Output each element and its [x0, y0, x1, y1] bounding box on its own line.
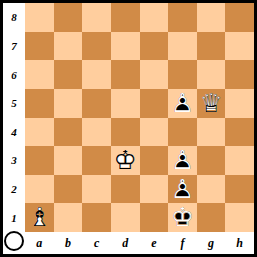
square-e4[interactable] — [140, 118, 169, 147]
square-c6[interactable] — [82, 60, 111, 89]
square-a8[interactable] — [25, 3, 54, 32]
square-e3[interactable] — [140, 146, 169, 175]
white-to-move-circle-icon — [4, 231, 24, 251]
square-c4[interactable] — [82, 118, 111, 147]
square-f4[interactable] — [168, 118, 197, 147]
square-b3[interactable] — [54, 146, 83, 175]
square-g3[interactable] — [197, 146, 226, 175]
square-d1[interactable] — [111, 203, 140, 232]
square-h5[interactable] — [225, 89, 254, 118]
chess-board: ♟♙♛♕♚♔♟♙♟♙♝♗♚♔ — [25, 3, 254, 232]
square-g6[interactable] — [197, 60, 226, 89]
file-label-a: a — [25, 232, 54, 254]
square-d8[interactable] — [111, 3, 140, 32]
piece-white-queen[interactable]: ♛♕ — [197, 89, 226, 118]
square-h1[interactable] — [225, 203, 254, 232]
square-d2[interactable] — [111, 175, 140, 204]
square-h2[interactable] — [225, 175, 254, 204]
square-g5[interactable]: ♛♕ — [197, 89, 226, 118]
file-label-f: f — [168, 232, 197, 254]
piece-outline-glyph: ♔ — [111, 146, 140, 175]
square-e6[interactable] — [140, 60, 169, 89]
square-a5[interactable] — [25, 89, 54, 118]
square-h8[interactable] — [225, 3, 254, 32]
square-b6[interactable] — [54, 60, 83, 89]
square-g8[interactable] — [197, 3, 226, 32]
piece-black-king[interactable]: ♚♔ — [168, 203, 197, 232]
file-label-g: g — [197, 232, 226, 254]
square-g4[interactable] — [197, 118, 226, 147]
square-e7[interactable] — [140, 32, 169, 61]
chess-diagram: ♟♙♛♕♚♔♟♙♟♙♝♗♚♔ 87654321 abcdefgh — [0, 0, 257, 257]
square-f1[interactable]: ♚♔ — [168, 203, 197, 232]
square-d4[interactable] — [111, 118, 140, 147]
square-a2[interactable] — [25, 175, 54, 204]
square-a4[interactable] — [25, 118, 54, 147]
rank-label-4: 4 — [3, 118, 25, 147]
file-labels: abcdefgh — [25, 232, 254, 254]
square-d6[interactable] — [111, 60, 140, 89]
piece-outline-glyph: ♙ — [168, 89, 197, 118]
rank-label-7: 7 — [3, 32, 25, 61]
square-f7[interactable] — [168, 32, 197, 61]
square-c3[interactable] — [82, 146, 111, 175]
square-a7[interactable] — [25, 32, 54, 61]
square-e2[interactable] — [140, 175, 169, 204]
rank-label-6: 6 — [3, 60, 25, 89]
square-f6[interactable] — [168, 60, 197, 89]
square-h3[interactable] — [225, 146, 254, 175]
square-g7[interactable] — [197, 32, 226, 61]
rank-label-1: 1 — [3, 203, 25, 232]
square-f2[interactable]: ♟♙ — [168, 175, 197, 204]
square-c1[interactable] — [82, 203, 111, 232]
square-d5[interactable] — [111, 89, 140, 118]
square-h6[interactable] — [225, 60, 254, 89]
square-c2[interactable] — [82, 175, 111, 204]
square-e1[interactable] — [140, 203, 169, 232]
square-c8[interactable] — [82, 3, 111, 32]
piece-white-bishop[interactable]: ♝♗ — [25, 203, 54, 232]
square-a6[interactable] — [25, 60, 54, 89]
square-b5[interactable] — [54, 89, 83, 118]
piece-black-pawn[interactable]: ♟♙ — [168, 89, 197, 118]
square-b1[interactable] — [54, 203, 83, 232]
square-f8[interactable] — [168, 3, 197, 32]
file-label-e: e — [140, 232, 169, 254]
square-h7[interactable] — [225, 32, 254, 61]
rank-label-5: 5 — [3, 89, 25, 118]
square-e8[interactable] — [140, 3, 169, 32]
square-f5[interactable]: ♟♙ — [168, 89, 197, 118]
file-label-c: c — [82, 232, 111, 254]
square-b8[interactable] — [54, 3, 83, 32]
piece-black-pawn[interactable]: ♟♙ — [168, 146, 197, 175]
square-b2[interactable] — [54, 175, 83, 204]
piece-outline-glyph: ♔ — [168, 203, 197, 232]
square-c7[interactable] — [82, 32, 111, 61]
square-g1[interactable] — [197, 203, 226, 232]
piece-outline-glyph: ♙ — [168, 175, 197, 204]
square-a3[interactable] — [25, 146, 54, 175]
rank-label-8: 8 — [3, 3, 25, 32]
file-label-b: b — [54, 232, 83, 254]
file-label-h: h — [225, 232, 254, 254]
square-c5[interactable] — [82, 89, 111, 118]
square-h4[interactable] — [225, 118, 254, 147]
square-f3[interactable]: ♟♙ — [168, 146, 197, 175]
square-d3[interactable]: ♚♔ — [111, 146, 140, 175]
square-b4[interactable] — [54, 118, 83, 147]
piece-white-king[interactable]: ♚♔ — [111, 146, 140, 175]
rank-label-3: 3 — [3, 146, 25, 175]
square-e5[interactable] — [140, 89, 169, 118]
piece-outline-glyph: ♗ — [25, 203, 54, 232]
piece-black-pawn[interactable]: ♟♙ — [168, 175, 197, 204]
piece-outline-glyph: ♕ — [197, 89, 226, 118]
square-d7[interactable] — [111, 32, 140, 61]
rank-label-2: 2 — [3, 175, 25, 204]
square-b7[interactable] — [54, 32, 83, 61]
piece-outline-glyph: ♙ — [168, 146, 197, 175]
square-a1[interactable]: ♝♗ — [25, 203, 54, 232]
rank-labels: 87654321 — [3, 3, 25, 232]
file-label-d: d — [111, 232, 140, 254]
square-g2[interactable] — [197, 175, 226, 204]
